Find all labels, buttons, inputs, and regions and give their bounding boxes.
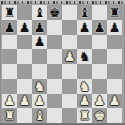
black-pawn[interactable]: ♟ [34,35,46,48]
square-f3[interactable]: ♞ [77,79,92,94]
square-b3[interactable] [17,79,32,94]
square-h1[interactable] [107,108,122,123]
white-knight[interactable]: ♞ [79,79,91,92]
chess-app-window: ♜♝♚♝♜♟♟♟♟♟♟♟♟♞♞♞♟♟♟♟♟♟♜♝♜♚ [0,0,125,125]
square-f7[interactable]: ♟ [77,20,92,35]
white-bishop[interactable]: ♝ [34,109,46,122]
square-f2[interactable]: ♟ [77,94,92,109]
square-g2[interactable]: ♟ [92,94,107,109]
square-h3[interactable] [107,79,122,94]
square-g5[interactable] [92,49,107,64]
black-bishop[interactable]: ♝ [79,5,91,18]
square-c7[interactable]: ♟ [32,20,47,35]
square-a3[interactable] [2,79,17,94]
square-g8[interactable] [92,5,107,20]
black-knight[interactable]: ♞ [79,50,91,63]
chess-board[interactable]: ♜♝♚♝♜♟♟♟♟♟♟♟♟♞♞♞♟♟♟♟♟♟♜♝♜♚ [2,5,122,123]
square-b5[interactable] [17,49,32,64]
window-bottom-border [0,123,125,125]
black-pawn[interactable]: ♟ [79,20,91,33]
square-h7[interactable]: ♟ [107,20,122,35]
square-a6[interactable] [2,35,17,50]
square-a8[interactable]: ♜ [2,5,17,20]
square-h6[interactable] [107,35,122,50]
square-d7[interactable] [47,20,62,35]
square-b7[interactable]: ♟ [17,20,32,35]
black-pawn[interactable]: ♟ [109,20,121,33]
white-king[interactable]: ♚ [94,109,106,122]
square-f1[interactable]: ♜ [77,108,92,123]
square-e8[interactable] [62,5,77,20]
white-pawn[interactable]: ♟ [4,94,16,107]
square-a1[interactable]: ♜ [2,108,17,123]
square-c4[interactable] [32,64,47,79]
square-e6[interactable] [62,35,77,50]
black-bishop[interactable]: ♝ [34,5,46,18]
square-h4[interactable] [107,64,122,79]
white-rook[interactable]: ♜ [79,109,91,122]
square-h5[interactable] [107,49,122,64]
square-g7[interactable]: ♟ [92,20,107,35]
black-rook[interactable]: ♜ [109,5,121,18]
white-pawn[interactable]: ♟ [34,94,46,107]
square-e7[interactable] [62,20,77,35]
white-pawn[interactable]: ♟ [94,94,106,107]
black-rook[interactable]: ♜ [4,5,16,18]
white-rook[interactable]: ♜ [4,109,16,122]
square-f5[interactable]: ♞ [77,49,92,64]
square-c6[interactable]: ♟ [32,35,47,50]
square-h8[interactable]: ♜ [107,5,122,20]
square-b8[interactable] [17,5,32,20]
square-g3[interactable] [92,79,107,94]
square-c3[interactable]: ♞ [32,79,47,94]
white-pawn[interactable]: ♟ [109,94,121,107]
square-b1[interactable] [17,108,32,123]
square-d5[interactable] [47,49,62,64]
square-b4[interactable] [17,64,32,79]
square-e3[interactable] [62,79,77,94]
square-f4[interactable] [77,64,92,79]
square-e2[interactable] [62,94,77,109]
black-pawn[interactable]: ♟ [4,20,16,33]
square-f8[interactable]: ♝ [77,5,92,20]
square-d4[interactable] [47,64,62,79]
square-h2[interactable]: ♟ [107,94,122,109]
black-pawn[interactable]: ♟ [94,20,106,33]
square-a4[interactable] [2,64,17,79]
square-d6[interactable] [47,35,62,50]
square-a7[interactable]: ♟ [2,20,17,35]
square-e5[interactable]: ♟ [62,49,77,64]
white-knight[interactable]: ♞ [34,79,46,92]
black-pawn[interactable]: ♟ [34,20,46,33]
square-g6[interactable] [92,35,107,50]
square-d2[interactable] [47,94,62,109]
white-pawn[interactable]: ♟ [19,94,31,107]
square-a2[interactable]: ♟ [2,94,17,109]
square-c1[interactable]: ♝ [32,108,47,123]
square-c8[interactable]: ♝ [32,5,47,20]
white-pawn[interactable]: ♟ [79,94,91,107]
square-a5[interactable] [2,49,17,64]
square-c5[interactable] [32,49,47,64]
black-king[interactable]: ♚ [49,5,61,18]
square-b2[interactable]: ♟ [17,94,32,109]
square-d3[interactable] [47,79,62,94]
square-f6[interactable] [77,35,92,50]
square-d1[interactable] [47,108,62,123]
square-e4[interactable] [62,64,77,79]
square-c2[interactable]: ♟ [32,94,47,109]
black-pawn[interactable]: ♟ [19,20,31,33]
square-g4[interactable] [92,64,107,79]
square-g1[interactable]: ♚ [92,108,107,123]
white-pawn[interactable]: ♟ [64,50,76,63]
square-e1[interactable] [62,108,77,123]
square-b6[interactable] [17,35,32,50]
square-d8[interactable]: ♚ [47,5,62,20]
